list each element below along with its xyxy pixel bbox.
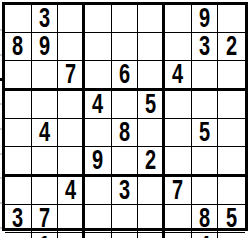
given-digit: 3 xyxy=(119,177,130,204)
cell-r8c8[interactable]: 8 xyxy=(192,205,219,233)
cell-r1c5[interactable] xyxy=(112,5,139,33)
cell-r2c7[interactable] xyxy=(165,33,192,61)
cell-r9c4[interactable] xyxy=(85,233,112,238)
given-digit: 6 xyxy=(119,61,130,88)
given-digit: 9 xyxy=(92,147,103,174)
given-digit: 4 xyxy=(199,233,210,238)
cell-r8c1[interactable]: 3 xyxy=(5,205,32,233)
given-digit: 3 xyxy=(39,5,50,32)
cell-r5c8[interactable]: 5 xyxy=(192,119,219,147)
cell-r5c5[interactable]: 8 xyxy=(112,119,139,147)
given-digit: 3 xyxy=(12,205,23,232)
cell-r7c6[interactable] xyxy=(138,177,165,205)
cell-r3c2[interactable] xyxy=(32,61,59,91)
cell-r4c1[interactable] xyxy=(5,91,32,119)
given-digit: 8 xyxy=(119,119,130,146)
cell-r6c2[interactable] xyxy=(32,147,59,177)
cell-r9c9[interactable] xyxy=(218,233,245,238)
cell-r6c4[interactable]: 9 xyxy=(85,147,112,177)
cell-r5c6[interactable] xyxy=(138,119,165,147)
cell-r6c5[interactable] xyxy=(112,147,139,177)
cell-r5c7[interactable] xyxy=(165,119,192,147)
given-digit: 7 xyxy=(172,177,183,204)
cell-r5c3[interactable] xyxy=(58,119,85,147)
cell-r7c5[interactable]: 3 xyxy=(112,177,139,205)
cell-r9c3[interactable] xyxy=(58,233,85,238)
cell-r3c7[interactable]: 4 xyxy=(165,61,192,91)
cell-r5c4[interactable] xyxy=(85,119,112,147)
cell-r1c2[interactable]: 3 xyxy=(32,5,59,33)
cell-r2c1[interactable]: 8 xyxy=(5,33,32,61)
given-digit: 1 xyxy=(39,233,50,238)
cell-r6c9[interactable] xyxy=(218,147,245,177)
given-digit: 2 xyxy=(226,33,237,60)
cell-r9c6[interactable] xyxy=(138,233,165,238)
cell-r1c1[interactable] xyxy=(5,5,32,33)
cell-r8c7[interactable] xyxy=(165,205,192,233)
given-digit: 7 xyxy=(39,205,50,232)
cell-r7c9[interactable] xyxy=(218,177,245,205)
cell-r3c8[interactable] xyxy=(192,61,219,91)
cell-r9c1[interactable] xyxy=(5,233,32,238)
sudoku-board: 3989327644548592437378514 xyxy=(2,2,248,231)
cell-r7c8[interactable] xyxy=(192,177,219,205)
cell-r2c4[interactable] xyxy=(85,33,112,61)
cell-r7c1[interactable] xyxy=(5,177,32,205)
given-digit: 9 xyxy=(199,5,210,32)
cell-r3c3[interactable]: 7 xyxy=(58,61,85,91)
cell-r7c3[interactable]: 4 xyxy=(58,177,85,205)
cell-r8c3[interactable] xyxy=(58,205,85,233)
cell-r3c9[interactable] xyxy=(218,61,245,91)
cell-r9c2[interactable]: 1 xyxy=(32,233,59,238)
cell-r7c7[interactable]: 7 xyxy=(165,177,192,205)
cell-r3c5[interactable]: 6 xyxy=(112,61,139,91)
cell-r1c6[interactable] xyxy=(138,5,165,33)
cell-r4c7[interactable] xyxy=(165,91,192,119)
cell-r6c8[interactable] xyxy=(192,147,219,177)
sudoku-page: 3989327644548592437378514 xyxy=(0,0,251,238)
cell-r7c4[interactable] xyxy=(85,177,112,205)
cell-r4c9[interactable] xyxy=(218,91,245,119)
cell-r4c5[interactable] xyxy=(112,91,139,119)
cell-r8c5[interactable] xyxy=(112,205,139,233)
cell-r2c5[interactable] xyxy=(112,33,139,61)
cell-r2c2[interactable]: 9 xyxy=(32,33,59,61)
cell-r3c6[interactable] xyxy=(138,61,165,91)
cell-r8c4[interactable] xyxy=(85,205,112,233)
cell-r2c3[interactable] xyxy=(58,33,85,61)
cell-r7c2[interactable] xyxy=(32,177,59,205)
cell-r4c2[interactable] xyxy=(32,91,59,119)
cell-r4c8[interactable] xyxy=(192,91,219,119)
cell-r1c3[interactable] xyxy=(58,5,85,33)
cell-r6c1[interactable] xyxy=(5,147,32,177)
given-digit: 9 xyxy=(39,33,50,60)
given-digit: 4 xyxy=(65,177,76,204)
cell-r4c6[interactable]: 5 xyxy=(138,91,165,119)
cell-r1c4[interactable] xyxy=(85,5,112,33)
cell-r1c9[interactable] xyxy=(218,5,245,33)
given-digit: 7 xyxy=(65,61,76,88)
cell-r6c6[interactable]: 2 xyxy=(138,147,165,177)
given-digit: 4 xyxy=(172,61,183,88)
cell-r5c2[interactable]: 4 xyxy=(32,119,59,147)
cell-r8c9[interactable]: 5 xyxy=(218,205,245,233)
given-digit: 5 xyxy=(145,91,156,118)
given-digit: 3 xyxy=(199,33,210,60)
given-digit: 4 xyxy=(39,119,50,146)
given-digit: 5 xyxy=(226,205,237,232)
cell-r1c7[interactable] xyxy=(165,5,192,33)
cell-r8c6[interactable] xyxy=(138,205,165,233)
cell-r9c7[interactable] xyxy=(165,233,192,238)
cell-r1c8[interactable]: 9 xyxy=(192,5,219,33)
cell-r4c4[interactable]: 4 xyxy=(85,91,112,119)
cell-r6c3[interactable] xyxy=(58,147,85,177)
given-digit: 2 xyxy=(145,147,156,174)
cell-r2c6[interactable] xyxy=(138,33,165,61)
cell-r4c3[interactable] xyxy=(58,91,85,119)
cell-r9c8[interactable]: 4 xyxy=(192,233,219,238)
given-digit: 4 xyxy=(92,91,103,118)
cell-r2c9[interactable]: 2 xyxy=(218,33,245,61)
cell-r5c9[interactable] xyxy=(218,119,245,147)
cell-r8c2[interactable]: 7 xyxy=(32,205,59,233)
cell-r3c4[interactable] xyxy=(85,61,112,91)
given-digit: 8 xyxy=(12,33,23,60)
given-digit: 8 xyxy=(199,205,210,232)
cell-r5c1[interactable] xyxy=(5,119,32,147)
cell-r3c1[interactable] xyxy=(5,61,32,91)
cell-r9c5[interactable] xyxy=(112,233,139,238)
cell-r6c7[interactable] xyxy=(165,147,192,177)
given-digit: 5 xyxy=(199,119,210,146)
cell-r2c8[interactable]: 3 xyxy=(192,33,219,61)
